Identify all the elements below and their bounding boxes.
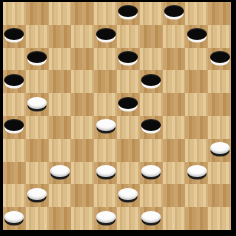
square-light[interactable] (94, 48, 117, 71)
white-man-piece[interactable] (50, 165, 70, 177)
board-frame (0, 0, 236, 236)
square-light[interactable] (49, 184, 72, 207)
white-man-piece[interactable] (187, 165, 207, 177)
square-39[interactable] (140, 162, 163, 185)
square-37[interactable] (49, 162, 72, 185)
square-light[interactable] (117, 25, 140, 48)
square-light[interactable] (163, 116, 186, 139)
square-light[interactable] (26, 162, 49, 185)
square-6[interactable] (3, 25, 26, 48)
square-5[interactable] (208, 2, 231, 25)
square-light[interactable] (117, 70, 140, 93)
square-47[interactable] (49, 207, 72, 230)
white-man-piece[interactable] (141, 165, 161, 177)
square-23[interactable] (117, 93, 140, 116)
square-43[interactable] (117, 184, 140, 207)
black-man-piece[interactable] (210, 51, 230, 63)
square-light[interactable] (94, 139, 117, 162)
square-45[interactable] (208, 184, 231, 207)
square-light[interactable] (163, 207, 186, 230)
square-22[interactable] (71, 93, 94, 116)
square-light[interactable] (26, 70, 49, 93)
square-14[interactable] (163, 48, 186, 71)
square-light[interactable] (94, 184, 117, 207)
square-light[interactable] (26, 25, 49, 48)
square-light[interactable] (71, 162, 94, 185)
black-man-piece[interactable] (164, 5, 184, 17)
black-man-piece[interactable] (118, 5, 138, 17)
square-13[interactable] (117, 48, 140, 71)
square-34[interactable] (163, 139, 186, 162)
square-light[interactable] (140, 48, 163, 71)
square-light[interactable] (94, 93, 117, 116)
square-40[interactable] (185, 162, 208, 185)
square-9[interactable] (140, 25, 163, 48)
black-man-piece[interactable] (118, 51, 138, 63)
black-man-piece[interactable] (141, 119, 161, 131)
square-26[interactable] (3, 116, 26, 139)
white-man-piece[interactable] (27, 188, 47, 200)
square-24[interactable] (163, 93, 186, 116)
square-20[interactable] (185, 70, 208, 93)
square-light[interactable] (208, 162, 231, 185)
black-man-piece[interactable] (96, 28, 116, 40)
square-light[interactable] (3, 93, 26, 116)
white-man-piece[interactable] (96, 165, 116, 177)
black-man-piece[interactable] (4, 74, 24, 86)
square-7[interactable] (49, 25, 72, 48)
white-man-piece[interactable] (4, 211, 24, 223)
square-light[interactable] (71, 207, 94, 230)
black-man-piece[interactable] (141, 74, 161, 86)
black-man-piece[interactable] (4, 119, 24, 131)
square-31[interactable] (26, 139, 49, 162)
square-4[interactable] (163, 2, 186, 25)
square-light[interactable] (140, 93, 163, 116)
square-light[interactable] (185, 139, 208, 162)
square-2[interactable] (71, 2, 94, 25)
square-18[interactable] (94, 70, 117, 93)
square-light[interactable] (185, 184, 208, 207)
square-light[interactable] (49, 2, 72, 25)
square-light[interactable] (163, 25, 186, 48)
square-11[interactable] (26, 48, 49, 71)
square-41[interactable] (26, 184, 49, 207)
square-light[interactable] (49, 48, 72, 71)
square-21[interactable] (26, 93, 49, 116)
square-light[interactable] (3, 139, 26, 162)
square-light[interactable] (117, 116, 140, 139)
square-light[interactable] (49, 93, 72, 116)
black-man-piece[interactable] (27, 51, 47, 63)
square-light[interactable] (3, 184, 26, 207)
square-32[interactable] (71, 139, 94, 162)
square-light[interactable] (140, 184, 163, 207)
square-29[interactable] (140, 116, 163, 139)
square-25[interactable] (208, 93, 231, 116)
square-light[interactable] (140, 139, 163, 162)
square-28[interactable] (94, 116, 117, 139)
square-light[interactable] (208, 207, 231, 230)
square-light[interactable] (208, 116, 231, 139)
square-15[interactable] (208, 48, 231, 71)
square-50[interactable] (185, 207, 208, 230)
square-light[interactable] (26, 116, 49, 139)
black-man-piece[interactable] (4, 28, 24, 40)
square-light[interactable] (94, 2, 117, 25)
square-light[interactable] (185, 2, 208, 25)
white-man-piece[interactable] (96, 119, 116, 131)
square-light[interactable] (117, 162, 140, 185)
board (3, 2, 231, 230)
square-30[interactable] (185, 116, 208, 139)
white-man-piece[interactable] (27, 97, 47, 109)
square-light[interactable] (208, 25, 231, 48)
square-light[interactable] (185, 48, 208, 71)
square-light[interactable] (163, 70, 186, 93)
white-man-piece[interactable] (141, 211, 161, 223)
square-light[interactable] (163, 162, 186, 185)
square-light[interactable] (49, 139, 72, 162)
square-12[interactable] (71, 48, 94, 71)
square-light[interactable] (71, 25, 94, 48)
square-light[interactable] (185, 93, 208, 116)
square-10[interactable] (185, 25, 208, 48)
square-33[interactable] (117, 139, 140, 162)
square-35[interactable] (208, 139, 231, 162)
square-27[interactable] (49, 116, 72, 139)
square-light[interactable] (208, 70, 231, 93)
square-8[interactable] (94, 25, 117, 48)
square-19[interactable] (140, 70, 163, 93)
square-light[interactable] (117, 207, 140, 230)
square-light[interactable] (26, 207, 49, 230)
white-man-piece[interactable] (210, 142, 230, 154)
square-light[interactable] (3, 2, 26, 25)
square-42[interactable] (71, 184, 94, 207)
square-17[interactable] (49, 70, 72, 93)
square-1[interactable] (26, 2, 49, 25)
square-light[interactable] (71, 116, 94, 139)
square-44[interactable] (163, 184, 186, 207)
square-36[interactable] (3, 162, 26, 185)
square-49[interactable] (140, 207, 163, 230)
white-man-piece[interactable] (118, 188, 138, 200)
black-man-piece[interactable] (187, 28, 207, 40)
square-light[interactable] (140, 2, 163, 25)
square-light[interactable] (3, 48, 26, 71)
square-38[interactable] (94, 162, 117, 185)
square-48[interactable] (94, 207, 117, 230)
white-man-piece[interactable] (96, 211, 116, 223)
square-16[interactable] (3, 70, 26, 93)
square-light[interactable] (71, 70, 94, 93)
black-man-piece[interactable] (118, 97, 138, 109)
square-46[interactable] (3, 207, 26, 230)
square-3[interactable] (117, 2, 140, 25)
